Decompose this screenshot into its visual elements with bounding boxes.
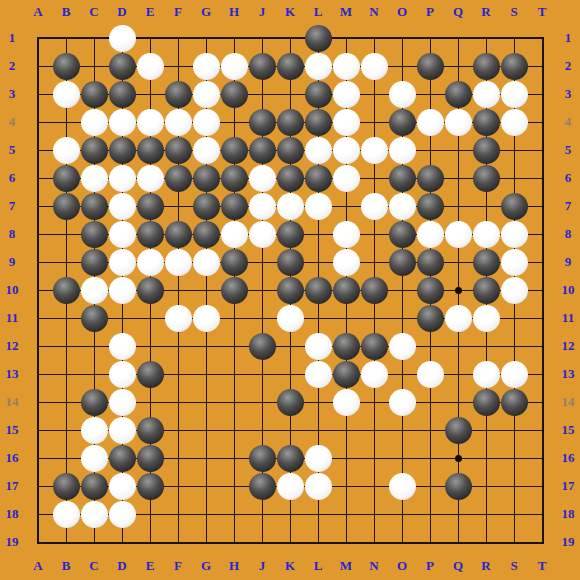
point-M11[interactable] [332, 304, 360, 332]
point-B1[interactable] [52, 24, 80, 52]
point-B14[interactable] [52, 388, 80, 416]
point-E9[interactable] [136, 248, 164, 276]
point-A3[interactable] [24, 80, 52, 108]
point-E7[interactable] [136, 192, 164, 220]
point-E2[interactable] [136, 52, 164, 80]
point-Q5[interactable] [444, 136, 472, 164]
point-E3[interactable] [136, 80, 164, 108]
point-J4[interactable] [248, 108, 276, 136]
point-B13[interactable] [52, 360, 80, 388]
point-T2[interactable] [528, 52, 556, 80]
point-A2[interactable] [24, 52, 52, 80]
point-J10[interactable] [248, 276, 276, 304]
point-B2[interactable] [52, 52, 80, 80]
point-R10[interactable] [472, 276, 500, 304]
point-J2[interactable] [248, 52, 276, 80]
point-C14[interactable] [80, 388, 108, 416]
point-R3[interactable] [472, 80, 500, 108]
point-H15[interactable] [220, 416, 248, 444]
point-F10[interactable] [164, 276, 192, 304]
point-A5[interactable] [24, 136, 52, 164]
point-B12[interactable] [52, 332, 80, 360]
point-Q17[interactable] [444, 472, 472, 500]
point-M12[interactable] [332, 332, 360, 360]
point-N1[interactable] [360, 24, 388, 52]
point-B11[interactable] [52, 304, 80, 332]
point-C13[interactable] [80, 360, 108, 388]
point-N16[interactable] [360, 444, 388, 472]
point-G18[interactable] [192, 500, 220, 528]
point-P14[interactable] [416, 388, 444, 416]
point-J13[interactable] [248, 360, 276, 388]
point-H12[interactable] [220, 332, 248, 360]
point-M1[interactable] [332, 24, 360, 52]
point-C10[interactable] [80, 276, 108, 304]
point-L1[interactable] [304, 24, 332, 52]
point-N10[interactable] [360, 276, 388, 304]
point-F13[interactable] [164, 360, 192, 388]
point-P2[interactable] [416, 52, 444, 80]
point-B15[interactable] [52, 416, 80, 444]
point-D18[interactable] [108, 500, 136, 528]
point-J15[interactable] [248, 416, 276, 444]
point-F14[interactable] [164, 388, 192, 416]
point-E5[interactable] [136, 136, 164, 164]
point-M18[interactable] [332, 500, 360, 528]
point-P6[interactable] [416, 164, 444, 192]
point-D16[interactable] [108, 444, 136, 472]
point-K11[interactable] [276, 304, 304, 332]
point-O18[interactable] [388, 500, 416, 528]
point-T4[interactable] [528, 108, 556, 136]
point-Q9[interactable] [444, 248, 472, 276]
point-C3[interactable] [80, 80, 108, 108]
point-C12[interactable] [80, 332, 108, 360]
point-L6[interactable] [304, 164, 332, 192]
point-C17[interactable] [80, 472, 108, 500]
point-F6[interactable] [164, 164, 192, 192]
point-O4[interactable] [388, 108, 416, 136]
point-E13[interactable] [136, 360, 164, 388]
point-C8[interactable] [80, 220, 108, 248]
point-S17[interactable] [500, 472, 528, 500]
point-H5[interactable] [220, 136, 248, 164]
point-M7[interactable] [332, 192, 360, 220]
point-S8[interactable] [500, 220, 528, 248]
point-K2[interactable] [276, 52, 304, 80]
point-S5[interactable] [500, 136, 528, 164]
point-N6[interactable] [360, 164, 388, 192]
point-T1[interactable] [528, 24, 556, 52]
point-J14[interactable] [248, 388, 276, 416]
point-T8[interactable] [528, 220, 556, 248]
point-N13[interactable] [360, 360, 388, 388]
point-O13[interactable] [388, 360, 416, 388]
point-Q13[interactable] [444, 360, 472, 388]
point-H2[interactable] [220, 52, 248, 80]
point-M4[interactable] [332, 108, 360, 136]
point-E4[interactable] [136, 108, 164, 136]
point-Q19[interactable] [444, 528, 472, 556]
point-R13[interactable] [472, 360, 500, 388]
point-Q8[interactable] [444, 220, 472, 248]
point-N8[interactable] [360, 220, 388, 248]
point-Q11[interactable] [444, 304, 472, 332]
point-C2[interactable] [80, 52, 108, 80]
point-N2[interactable] [360, 52, 388, 80]
point-S13[interactable] [500, 360, 528, 388]
point-E8[interactable] [136, 220, 164, 248]
point-P3[interactable] [416, 80, 444, 108]
point-J3[interactable] [248, 80, 276, 108]
point-B9[interactable] [52, 248, 80, 276]
point-B18[interactable] [52, 500, 80, 528]
point-L16[interactable] [304, 444, 332, 472]
point-G14[interactable] [192, 388, 220, 416]
point-F17[interactable] [164, 472, 192, 500]
point-F12[interactable] [164, 332, 192, 360]
point-D6[interactable] [108, 164, 136, 192]
point-S12[interactable] [500, 332, 528, 360]
point-Q16[interactable] [444, 444, 472, 472]
point-J8[interactable] [248, 220, 276, 248]
point-C15[interactable] [80, 416, 108, 444]
point-K5[interactable] [276, 136, 304, 164]
point-Q3[interactable] [444, 80, 472, 108]
point-S11[interactable] [500, 304, 528, 332]
point-S4[interactable] [500, 108, 528, 136]
point-E19[interactable] [136, 528, 164, 556]
point-N3[interactable] [360, 80, 388, 108]
point-B5[interactable] [52, 136, 80, 164]
point-C6[interactable] [80, 164, 108, 192]
point-Q4[interactable] [444, 108, 472, 136]
point-R4[interactable] [472, 108, 500, 136]
point-F7[interactable] [164, 192, 192, 220]
point-H8[interactable] [220, 220, 248, 248]
point-D14[interactable] [108, 388, 136, 416]
point-A17[interactable] [24, 472, 52, 500]
point-K6[interactable] [276, 164, 304, 192]
point-J12[interactable] [248, 332, 276, 360]
point-C4[interactable] [80, 108, 108, 136]
point-N15[interactable] [360, 416, 388, 444]
point-L2[interactable] [304, 52, 332, 80]
point-F11[interactable] [164, 304, 192, 332]
point-C9[interactable] [80, 248, 108, 276]
point-S2[interactable] [500, 52, 528, 80]
point-F5[interactable] [164, 136, 192, 164]
point-T3[interactable] [528, 80, 556, 108]
point-R15[interactable] [472, 416, 500, 444]
point-K10[interactable] [276, 276, 304, 304]
point-H1[interactable] [220, 24, 248, 52]
point-L13[interactable] [304, 360, 332, 388]
point-T9[interactable] [528, 248, 556, 276]
point-R17[interactable] [472, 472, 500, 500]
point-C1[interactable] [80, 24, 108, 52]
point-S19[interactable] [500, 528, 528, 556]
point-J11[interactable] [248, 304, 276, 332]
point-N14[interactable] [360, 388, 388, 416]
point-T11[interactable] [528, 304, 556, 332]
point-R7[interactable] [472, 192, 500, 220]
point-A1[interactable] [24, 24, 52, 52]
point-T19[interactable] [528, 528, 556, 556]
point-K7[interactable] [276, 192, 304, 220]
point-J17[interactable] [248, 472, 276, 500]
point-O3[interactable] [388, 80, 416, 108]
point-R2[interactable] [472, 52, 500, 80]
point-S16[interactable] [500, 444, 528, 472]
point-J18[interactable] [248, 500, 276, 528]
point-F15[interactable] [164, 416, 192, 444]
point-B3[interactable] [52, 80, 80, 108]
point-D3[interactable] [108, 80, 136, 108]
point-O10[interactable] [388, 276, 416, 304]
point-E14[interactable] [136, 388, 164, 416]
point-D11[interactable] [108, 304, 136, 332]
point-H14[interactable] [220, 388, 248, 416]
point-A6[interactable] [24, 164, 52, 192]
point-L14[interactable] [304, 388, 332, 416]
point-D8[interactable] [108, 220, 136, 248]
point-O8[interactable] [388, 220, 416, 248]
point-K12[interactable] [276, 332, 304, 360]
point-N9[interactable] [360, 248, 388, 276]
point-N4[interactable] [360, 108, 388, 136]
point-F4[interactable] [164, 108, 192, 136]
point-F18[interactable] [164, 500, 192, 528]
point-Q2[interactable] [444, 52, 472, 80]
point-S6[interactable] [500, 164, 528, 192]
point-M6[interactable] [332, 164, 360, 192]
point-M9[interactable] [332, 248, 360, 276]
point-O6[interactable] [388, 164, 416, 192]
point-C16[interactable] [80, 444, 108, 472]
point-P9[interactable] [416, 248, 444, 276]
point-T10[interactable] [528, 276, 556, 304]
point-S3[interactable] [500, 80, 528, 108]
point-G7[interactable] [192, 192, 220, 220]
point-R6[interactable] [472, 164, 500, 192]
point-H6[interactable] [220, 164, 248, 192]
point-C11[interactable] [80, 304, 108, 332]
point-M15[interactable] [332, 416, 360, 444]
point-G5[interactable] [192, 136, 220, 164]
point-E16[interactable] [136, 444, 164, 472]
point-A9[interactable] [24, 248, 52, 276]
point-G6[interactable] [192, 164, 220, 192]
point-O15[interactable] [388, 416, 416, 444]
point-N12[interactable] [360, 332, 388, 360]
point-K4[interactable] [276, 108, 304, 136]
point-B4[interactable] [52, 108, 80, 136]
point-S18[interactable] [500, 500, 528, 528]
point-R5[interactable] [472, 136, 500, 164]
point-B16[interactable] [52, 444, 80, 472]
point-E1[interactable] [136, 24, 164, 52]
point-G9[interactable] [192, 248, 220, 276]
point-P1[interactable] [416, 24, 444, 52]
point-D12[interactable] [108, 332, 136, 360]
point-C18[interactable] [80, 500, 108, 528]
point-D17[interactable] [108, 472, 136, 500]
point-K16[interactable] [276, 444, 304, 472]
point-H18[interactable] [220, 500, 248, 528]
point-T6[interactable] [528, 164, 556, 192]
point-L4[interactable] [304, 108, 332, 136]
point-H9[interactable] [220, 248, 248, 276]
point-R12[interactable] [472, 332, 500, 360]
point-K15[interactable] [276, 416, 304, 444]
point-K14[interactable] [276, 388, 304, 416]
point-H10[interactable] [220, 276, 248, 304]
point-J7[interactable] [248, 192, 276, 220]
point-O17[interactable] [388, 472, 416, 500]
point-E17[interactable] [136, 472, 164, 500]
point-A18[interactable] [24, 500, 52, 528]
point-K17[interactable] [276, 472, 304, 500]
point-M2[interactable] [332, 52, 360, 80]
point-D5[interactable] [108, 136, 136, 164]
point-O11[interactable] [388, 304, 416, 332]
point-J1[interactable] [248, 24, 276, 52]
point-P13[interactable] [416, 360, 444, 388]
point-O12[interactable] [388, 332, 416, 360]
point-L5[interactable] [304, 136, 332, 164]
point-J9[interactable] [248, 248, 276, 276]
point-H7[interactable] [220, 192, 248, 220]
point-M3[interactable] [332, 80, 360, 108]
point-S7[interactable] [500, 192, 528, 220]
point-E12[interactable] [136, 332, 164, 360]
point-S9[interactable] [500, 248, 528, 276]
point-T17[interactable] [528, 472, 556, 500]
point-S14[interactable] [500, 388, 528, 416]
point-P18[interactable] [416, 500, 444, 528]
point-E11[interactable] [136, 304, 164, 332]
point-O16[interactable] [388, 444, 416, 472]
point-G4[interactable] [192, 108, 220, 136]
point-J6[interactable] [248, 164, 276, 192]
point-H11[interactable] [220, 304, 248, 332]
point-B19[interactable] [52, 528, 80, 556]
point-A8[interactable] [24, 220, 52, 248]
point-A12[interactable] [24, 332, 52, 360]
point-L9[interactable] [304, 248, 332, 276]
point-P11[interactable] [416, 304, 444, 332]
point-A7[interactable] [24, 192, 52, 220]
point-A13[interactable] [24, 360, 52, 388]
point-P7[interactable] [416, 192, 444, 220]
point-T7[interactable] [528, 192, 556, 220]
point-K13[interactable] [276, 360, 304, 388]
point-K9[interactable] [276, 248, 304, 276]
point-G15[interactable] [192, 416, 220, 444]
point-Q15[interactable] [444, 416, 472, 444]
point-G8[interactable] [192, 220, 220, 248]
point-T14[interactable] [528, 388, 556, 416]
point-K1[interactable] [276, 24, 304, 52]
point-J19[interactable] [248, 528, 276, 556]
point-L12[interactable] [304, 332, 332, 360]
point-Q7[interactable] [444, 192, 472, 220]
point-F2[interactable] [164, 52, 192, 80]
point-H16[interactable] [220, 444, 248, 472]
point-L3[interactable] [304, 80, 332, 108]
point-T12[interactable] [528, 332, 556, 360]
point-K3[interactable] [276, 80, 304, 108]
point-G12[interactable] [192, 332, 220, 360]
point-L10[interactable] [304, 276, 332, 304]
point-P8[interactable] [416, 220, 444, 248]
point-G11[interactable] [192, 304, 220, 332]
point-N5[interactable] [360, 136, 388, 164]
point-D10[interactable] [108, 276, 136, 304]
point-M14[interactable] [332, 388, 360, 416]
point-F1[interactable] [164, 24, 192, 52]
point-F16[interactable] [164, 444, 192, 472]
point-G13[interactable] [192, 360, 220, 388]
point-R9[interactable] [472, 248, 500, 276]
point-P4[interactable] [416, 108, 444, 136]
point-J5[interactable] [248, 136, 276, 164]
point-P19[interactable] [416, 528, 444, 556]
point-D7[interactable] [108, 192, 136, 220]
point-R11[interactable] [472, 304, 500, 332]
point-D1[interactable] [108, 24, 136, 52]
point-B17[interactable] [52, 472, 80, 500]
point-Q10[interactable] [444, 276, 472, 304]
point-E18[interactable] [136, 500, 164, 528]
point-D15[interactable] [108, 416, 136, 444]
point-O9[interactable] [388, 248, 416, 276]
point-H3[interactable] [220, 80, 248, 108]
point-O5[interactable] [388, 136, 416, 164]
point-Q1[interactable] [444, 24, 472, 52]
point-D19[interactable] [108, 528, 136, 556]
point-T13[interactable] [528, 360, 556, 388]
point-S15[interactable] [500, 416, 528, 444]
point-R16[interactable] [472, 444, 500, 472]
point-R19[interactable] [472, 528, 500, 556]
point-B6[interactable] [52, 164, 80, 192]
point-D2[interactable] [108, 52, 136, 80]
point-O1[interactable] [388, 24, 416, 52]
point-P17[interactable] [416, 472, 444, 500]
point-T15[interactable] [528, 416, 556, 444]
point-R8[interactable] [472, 220, 500, 248]
point-O7[interactable] [388, 192, 416, 220]
point-L11[interactable] [304, 304, 332, 332]
point-O14[interactable] [388, 388, 416, 416]
point-P16[interactable] [416, 444, 444, 472]
point-H17[interactable] [220, 472, 248, 500]
point-F9[interactable] [164, 248, 192, 276]
point-K19[interactable] [276, 528, 304, 556]
point-M16[interactable] [332, 444, 360, 472]
point-R1[interactable] [472, 24, 500, 52]
point-R18[interactable] [472, 500, 500, 528]
point-A15[interactable] [24, 416, 52, 444]
point-R14[interactable] [472, 388, 500, 416]
point-T16[interactable] [528, 444, 556, 472]
point-F8[interactable] [164, 220, 192, 248]
point-P10[interactable] [416, 276, 444, 304]
point-F3[interactable] [164, 80, 192, 108]
point-G3[interactable] [192, 80, 220, 108]
